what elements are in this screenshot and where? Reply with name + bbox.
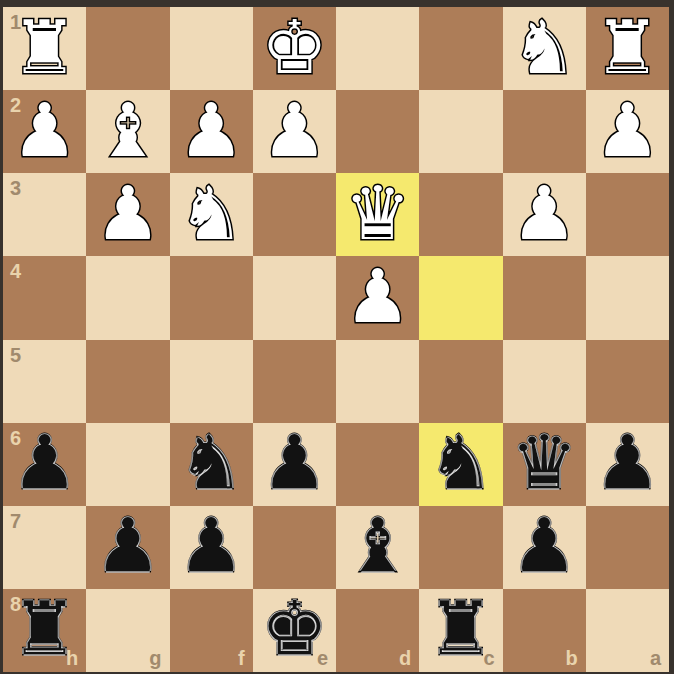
square-f4[interactable] <box>170 256 253 339</box>
square-f5[interactable] <box>170 340 253 423</box>
square-e8[interactable]: e♚ <box>253 589 336 672</box>
white-pawn-piece-icon[interactable]: ♟ <box>11 93 77 167</box>
white-king-piece-icon[interactable]: ♚ <box>261 10 327 84</box>
square-e5[interactable] <box>253 340 336 423</box>
black-rook-piece-icon[interactable]: ♜ <box>428 591 494 665</box>
black-pawn-piece-icon[interactable]: ♟ <box>261 425 327 499</box>
rank-label-3: 3 <box>10 177 21 200</box>
square-c8[interactable]: c♜ <box>419 589 502 672</box>
square-h8[interactable]: 8h♜ <box>3 589 86 672</box>
square-c6[interactable]: ♞ <box>419 423 502 506</box>
square-d8[interactable]: d <box>336 589 419 672</box>
rank-label-4: 4 <box>10 260 21 283</box>
square-h5[interactable]: 5 <box>3 340 86 423</box>
square-c4[interactable] <box>419 256 502 339</box>
square-e4[interactable] <box>253 256 336 339</box>
square-b1[interactable]: ♞ <box>503 7 586 90</box>
chess-board: 1♜♚♞♜2♟♝♟♟♟3♟♞♛♟4♟56♟♞♟♞♛♟7♟♟♝♟8h♜gfe♚dc… <box>3 7 669 672</box>
square-a1[interactable]: ♜ <box>586 7 669 90</box>
square-a5[interactable] <box>586 340 669 423</box>
white-pawn-piece-icon[interactable]: ♟ <box>95 176 161 250</box>
square-e6[interactable]: ♟ <box>253 423 336 506</box>
white-pawn-piece-icon[interactable]: ♟ <box>344 259 410 333</box>
black-pawn-piece-icon[interactable]: ♟ <box>178 508 244 582</box>
file-label-g: g <box>149 647 161 670</box>
white-knight-piece-icon[interactable]: ♞ <box>178 176 244 250</box>
file-label-f: f <box>238 647 245 670</box>
square-f7[interactable]: ♟ <box>170 506 253 589</box>
black-pawn-piece-icon[interactable]: ♟ <box>511 508 577 582</box>
square-d4[interactable]: ♟ <box>336 256 419 339</box>
square-a7[interactable] <box>586 506 669 589</box>
white-pawn-piece-icon[interactable]: ♟ <box>511 176 577 250</box>
file-label-a: a <box>650 647 661 670</box>
square-a4[interactable] <box>586 256 669 339</box>
square-g3[interactable]: ♟ <box>86 173 169 256</box>
white-queen-piece-icon[interactable]: ♛ <box>344 176 410 250</box>
square-g5[interactable] <box>86 340 169 423</box>
square-c7[interactable] <box>419 506 502 589</box>
square-h1[interactable]: 1♜ <box>3 7 86 90</box>
black-pawn-piece-icon[interactable]: ♟ <box>95 508 161 582</box>
chess-board-frame: 1♜♚♞♜2♟♝♟♟♟3♟♞♛♟4♟56♟♞♟♞♛♟7♟♟♝♟8h♜gfe♚dc… <box>0 0 674 674</box>
square-d3[interactable]: ♛ <box>336 173 419 256</box>
square-a3[interactable] <box>586 173 669 256</box>
black-rook-piece-icon[interactable]: ♜ <box>11 591 77 665</box>
square-c1[interactable] <box>419 7 502 90</box>
square-c2[interactable] <box>419 90 502 173</box>
square-g4[interactable] <box>86 256 169 339</box>
square-d2[interactable] <box>336 90 419 173</box>
square-f1[interactable] <box>170 7 253 90</box>
square-d6[interactable] <box>336 423 419 506</box>
white-pawn-piece-icon[interactable]: ♟ <box>178 93 244 167</box>
square-e2[interactable]: ♟ <box>253 90 336 173</box>
square-d7[interactable]: ♝ <box>336 506 419 589</box>
black-knight-piece-icon[interactable]: ♞ <box>428 425 494 499</box>
square-d5[interactable] <box>336 340 419 423</box>
square-g6[interactable] <box>86 423 169 506</box>
square-f2[interactable]: ♟ <box>170 90 253 173</box>
square-g1[interactable] <box>86 7 169 90</box>
file-label-b: b <box>566 647 578 670</box>
square-e7[interactable] <box>253 506 336 589</box>
square-a6[interactable]: ♟ <box>586 423 669 506</box>
black-king-piece-icon[interactable]: ♚ <box>261 591 327 665</box>
black-queen-piece-icon[interactable]: ♛ <box>511 425 577 499</box>
square-b3[interactable]: ♟ <box>503 173 586 256</box>
square-g2[interactable]: ♝ <box>86 90 169 173</box>
square-h6[interactable]: 6♟ <box>3 423 86 506</box>
white-rook-piece-icon[interactable]: ♜ <box>11 10 77 84</box>
black-pawn-piece-icon[interactable]: ♟ <box>11 425 77 499</box>
rank-label-5: 5 <box>10 344 21 367</box>
square-h3[interactable]: 3 <box>3 173 86 256</box>
square-b2[interactable] <box>503 90 586 173</box>
rank-label-7: 7 <box>10 510 21 533</box>
square-h2[interactable]: 2♟ <box>3 90 86 173</box>
file-label-d: d <box>399 647 411 670</box>
square-a8[interactable]: a <box>586 589 669 672</box>
white-rook-piece-icon[interactable]: ♜ <box>594 10 660 84</box>
square-g8[interactable]: g <box>86 589 169 672</box>
square-c5[interactable] <box>419 340 502 423</box>
square-d1[interactable] <box>336 7 419 90</box>
white-pawn-piece-icon[interactable]: ♟ <box>261 93 327 167</box>
black-bishop-piece-icon[interactable]: ♝ <box>344 508 410 582</box>
black-knight-piece-icon[interactable]: ♞ <box>178 425 244 499</box>
square-h4[interactable]: 4 <box>3 256 86 339</box>
square-h7[interactable]: 7 <box>3 506 86 589</box>
square-a2[interactable]: ♟ <box>586 90 669 173</box>
square-b8[interactable]: b <box>503 589 586 672</box>
square-b4[interactable] <box>503 256 586 339</box>
white-pawn-piece-icon[interactable]: ♟ <box>594 93 660 167</box>
square-b6[interactable]: ♛ <box>503 423 586 506</box>
square-g7[interactable]: ♟ <box>86 506 169 589</box>
black-pawn-piece-icon[interactable]: ♟ <box>594 425 660 499</box>
white-bishop-piece-icon[interactable]: ♝ <box>95 93 161 167</box>
square-c3[interactable] <box>419 173 502 256</box>
square-f3[interactable]: ♞ <box>170 173 253 256</box>
square-f6[interactable]: ♞ <box>170 423 253 506</box>
square-b5[interactable] <box>503 340 586 423</box>
square-e3[interactable] <box>253 173 336 256</box>
square-b7[interactable]: ♟ <box>503 506 586 589</box>
square-f8[interactable]: f <box>170 589 253 672</box>
square-e1[interactable]: ♚ <box>253 7 336 90</box>
white-knight-piece-icon[interactable]: ♞ <box>511 10 577 84</box>
